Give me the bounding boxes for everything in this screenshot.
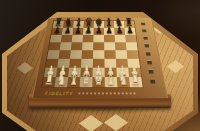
scene: ♜♞♝♛♚♝♞♜♟♟♟♟♟♟♟♟♟♟♟♟♟♟♟♟♜♞♝♛♚♝♞♜ FIDELIT…	[0, 0, 200, 131]
model-text-strip	[78, 92, 135, 94]
square-h4[interactable]	[127, 50, 139, 58]
square-g5[interactable]	[115, 42, 127, 50]
square-f7[interactable]: ♟	[104, 28, 115, 35]
rank-button-4[interactable]	[145, 52, 150, 55]
rank-button-7[interactable]	[142, 29, 146, 31]
chess-computer: ♜♞♝♛♚♝♞♜♟♟♟♟♟♟♟♟♟♟♟♟♟♟♟♟♜♞♝♛♚♝♞♜ FIDELIT…	[32, 18, 168, 98]
chess-board: ♜♞♝♛♚♝♞♜♟♟♟♟♟♟♟♟♟♟♟♟♟♟♟♟♜♞♝♛♚♝♞♜	[42, 21, 143, 87]
square-g1[interactable]: ♞	[117, 77, 130, 87]
square-g4[interactable]	[115, 50, 127, 58]
rank-button-5[interactable]	[144, 44, 149, 47]
brand-label: FIDELITY	[44, 90, 73, 95]
square-e7[interactable]: ♟	[94, 28, 105, 35]
piece-black-pawn[interactable]: ♟	[93, 24, 104, 36]
square-c1[interactable]: ♝	[67, 77, 80, 87]
square-h5[interactable]	[126, 42, 138, 50]
square-g7[interactable]: ♟	[114, 28, 125, 35]
square-d1[interactable]: ♛	[80, 77, 93, 87]
square-f5[interactable]	[104, 42, 115, 50]
piece-white-queen[interactable]: ♛	[80, 70, 93, 89]
square-b5[interactable]	[60, 42, 72, 50]
piece-black-pawn[interactable]: ♟	[124, 24, 136, 36]
square-e5[interactable]	[93, 42, 104, 50]
square-c5[interactable]	[71, 42, 83, 50]
square-f4[interactable]	[104, 50, 116, 58]
square-b4[interactable]	[59, 50, 71, 58]
rank-button-6[interactable]	[143, 37, 148, 39]
square-h1[interactable]: ♜	[129, 77, 143, 87]
piece-white-bishop[interactable]: ♝	[67, 70, 81, 89]
piece-white-bishop[interactable]: ♝	[105, 70, 118, 89]
rank-button-1[interactable]	[150, 80, 155, 83]
piece-white-rook[interactable]: ♜	[128, 70, 142, 89]
square-h7[interactable]: ♟	[124, 28, 135, 35]
square-b1[interactable]: ♞	[55, 77, 69, 87]
square-d5[interactable]	[82, 42, 93, 50]
square-c7[interactable]: ♟	[72, 28, 83, 35]
piece-black-pawn[interactable]: ♟	[83, 24, 94, 36]
piece-black-pawn[interactable]: ♟	[72, 24, 83, 36]
piece-white-king[interactable]: ♚	[92, 70, 105, 89]
square-d7[interactable]: ♟	[83, 28, 94, 35]
square-f1[interactable]: ♝	[105, 77, 118, 87]
board-frame: ♜♞♝♛♚♝♞♜♟♟♟♟♟♟♟♟♟♟♟♟♟♟♟♟♜♞♝♛♚♝♞♜ FIDELIT…	[32, 18, 168, 98]
rank-button-2[interactable]	[148, 70, 153, 73]
square-d4[interactable]	[81, 50, 93, 58]
square-c4[interactable]	[70, 50, 82, 58]
square-e4[interactable]	[93, 50, 104, 58]
piece-black-pawn[interactable]: ♟	[104, 24, 115, 36]
rank-button-3[interactable]	[147, 61, 152, 64]
rank-button-8[interactable]	[141, 23, 145, 25]
square-e1[interactable]: ♚	[92, 77, 105, 87]
